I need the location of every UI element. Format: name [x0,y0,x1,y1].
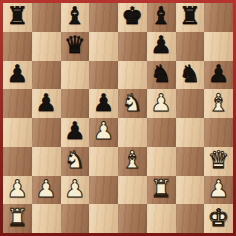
square-f3[interactable] [147,147,176,176]
piece-black-bishop: ♝ [150,3,172,30]
piece-black-bishop: ♝ [64,3,86,30]
piece-white-knight: ♞ [64,147,86,174]
square-h4[interactable] [204,118,233,147]
square-g1[interactable] [176,204,205,233]
square-h8[interactable] [204,3,233,32]
square-e6[interactable] [118,61,147,90]
square-c3[interactable]: ♞ [61,147,90,176]
square-d3[interactable] [89,147,118,176]
board-frame: ♜♝♚♝♜♛♟♟♞♞♟♟♟♞♟♝♟♟♞♝♛♟♟♟♜♟♜♚ [0,0,236,236]
piece-black-pawn: ♟ [93,89,115,116]
piece-white-bishop: ♝ [208,89,230,116]
square-c8[interactable]: ♝ [61,3,90,32]
square-b6[interactable] [32,61,61,90]
piece-black-pawn: ♟ [7,61,29,88]
square-a2[interactable]: ♟ [3,176,32,205]
square-c5[interactable] [61,89,90,118]
square-e4[interactable] [118,118,147,147]
square-a3[interactable] [3,147,32,176]
piece-black-pawn: ♟ [150,32,172,59]
piece-black-pawn: ♟ [208,61,230,88]
square-a7[interactable] [3,32,32,61]
square-f1[interactable] [147,204,176,233]
square-c7[interactable]: ♛ [61,32,90,61]
square-a6[interactable]: ♟ [3,61,32,90]
piece-white-pawn: ♟ [208,176,230,203]
square-e7[interactable] [118,32,147,61]
square-b4[interactable] [32,118,61,147]
square-d4[interactable]: ♟ [89,118,118,147]
square-e8[interactable]: ♚ [118,3,147,32]
square-h1[interactable]: ♚ [204,204,233,233]
square-g2[interactable] [176,176,205,205]
square-f2[interactable]: ♜ [147,176,176,205]
square-d5[interactable]: ♟ [89,89,118,118]
square-h3[interactable]: ♛ [204,147,233,176]
square-f8[interactable]: ♝ [147,3,176,32]
square-e1[interactable] [118,204,147,233]
square-g4[interactable] [176,118,205,147]
square-d6[interactable] [89,61,118,90]
piece-black-pawn: ♟ [35,89,57,116]
piece-white-knight: ♞ [122,89,144,116]
square-c4[interactable]: ♟ [61,118,90,147]
piece-black-rook: ♜ [179,3,201,30]
piece-black-knight: ♞ [150,61,172,88]
chess-board: ♜♝♚♝♜♛♟♟♞♞♟♟♟♞♟♝♟♟♞♝♛♟♟♟♜♟♜♚ [3,3,233,233]
square-b8[interactable] [32,3,61,32]
square-c6[interactable] [61,61,90,90]
square-d8[interactable] [89,3,118,32]
piece-white-pawn: ♟ [35,176,57,203]
square-b3[interactable] [32,147,61,176]
square-a8[interactable]: ♜ [3,3,32,32]
square-f7[interactable]: ♟ [147,32,176,61]
piece-white-pawn: ♟ [64,176,86,203]
square-a1[interactable]: ♜ [3,204,32,233]
square-b5[interactable]: ♟ [32,89,61,118]
square-g8[interactable]: ♜ [176,3,205,32]
square-g3[interactable] [176,147,205,176]
square-b1[interactable] [32,204,61,233]
square-e3[interactable]: ♝ [118,147,147,176]
piece-black-king: ♚ [122,3,144,30]
square-h2[interactable]: ♟ [204,176,233,205]
piece-white-rook: ♜ [150,176,172,203]
square-d2[interactable] [89,176,118,205]
piece-white-pawn: ♟ [93,118,115,145]
square-d1[interactable] [89,204,118,233]
square-b7[interactable] [32,32,61,61]
square-c2[interactable]: ♟ [61,176,90,205]
piece-black-rook: ♜ [7,3,29,30]
square-a4[interactable] [3,118,32,147]
square-h6[interactable]: ♟ [204,61,233,90]
square-g7[interactable] [176,32,205,61]
piece-black-queen: ♛ [64,32,86,59]
square-g5[interactable] [176,89,205,118]
piece-white-king: ♚ [208,204,230,231]
square-f6[interactable]: ♞ [147,61,176,90]
square-a5[interactable] [3,89,32,118]
piece-black-knight: ♞ [179,61,201,88]
square-c1[interactable] [61,204,90,233]
piece-black-pawn: ♟ [64,118,86,145]
piece-white-pawn: ♟ [7,176,29,203]
square-d7[interactable] [89,32,118,61]
piece-white-bishop: ♝ [122,147,144,174]
piece-white-rook: ♜ [7,204,29,231]
piece-white-queen: ♛ [208,147,230,174]
square-e5[interactable]: ♞ [118,89,147,118]
piece-white-pawn: ♟ [150,89,172,116]
square-f5[interactable]: ♟ [147,89,176,118]
square-g6[interactable]: ♞ [176,61,205,90]
square-e2[interactable] [118,176,147,205]
square-h7[interactable] [204,32,233,61]
square-b2[interactable]: ♟ [32,176,61,205]
square-h5[interactable]: ♝ [204,89,233,118]
square-f4[interactable] [147,118,176,147]
